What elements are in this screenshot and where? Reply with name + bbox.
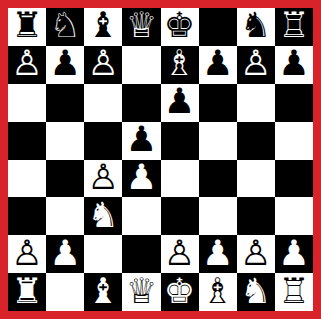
square-d2[interactable]	[122, 235, 160, 273]
square-a8[interactable]: ♜	[8, 8, 46, 46]
square-h3[interactable]	[275, 197, 313, 235]
square-g7[interactable]: ♙	[237, 46, 275, 84]
black-rook-piece[interactable]: ♖	[278, 8, 309, 43]
white-king-piece[interactable]: ♚	[164, 274, 195, 309]
square-f2[interactable]: ♟	[199, 235, 237, 273]
square-h4[interactable]	[275, 160, 313, 198]
square-c6[interactable]	[84, 84, 122, 122]
black-pawn-piece[interactable]: ♟	[49, 46, 80, 81]
square-g5[interactable]	[237, 122, 275, 160]
square-f5[interactable]	[199, 122, 237, 160]
board-frame: ♜♘♝♕♚♞♖♙♟♙♗♟♙♟♟♟♙♟♞♙♟♙♟♙♟♜♝♕♚♗♞♖	[0, 0, 321, 319]
square-a6[interactable]	[8, 84, 46, 122]
square-a1[interactable]: ♜	[8, 273, 46, 311]
white-knight-piece[interactable]: ♞	[88, 198, 119, 233]
square-b4[interactable]	[46, 160, 84, 198]
square-d5[interactable]: ♟	[122, 122, 160, 160]
white-bishop-piece[interactable]: ♗	[202, 274, 233, 309]
black-pawn-piece[interactable]: ♟	[164, 84, 195, 119]
white-pawn-piece[interactable]: ♙	[11, 236, 42, 271]
square-f8[interactable]	[199, 8, 237, 46]
square-d8[interactable]: ♕	[122, 8, 160, 46]
square-c8[interactable]: ♝	[84, 8, 122, 46]
square-a5[interactable]	[8, 122, 46, 160]
square-b6[interactable]	[46, 84, 84, 122]
square-h1[interactable]: ♖	[275, 273, 313, 311]
square-g3[interactable]	[237, 197, 275, 235]
square-a4[interactable]	[8, 160, 46, 198]
white-pawn-piece[interactable]: ♟	[202, 236, 233, 271]
square-e8[interactable]: ♚	[161, 8, 199, 46]
square-f6[interactable]	[199, 84, 237, 122]
black-pawn-piece[interactable]: ♙	[88, 46, 119, 81]
white-pawn-piece[interactable]: ♙	[164, 236, 195, 271]
square-g6[interactable]	[237, 84, 275, 122]
square-c5[interactable]	[84, 122, 122, 160]
white-rook-piece[interactable]: ♜	[11, 274, 42, 309]
white-pawn-piece[interactable]: ♟	[278, 236, 309, 271]
square-e6[interactable]: ♟	[161, 84, 199, 122]
square-a3[interactable]	[8, 197, 46, 235]
square-e7[interactable]: ♗	[161, 46, 199, 84]
square-d1[interactable]: ♕	[122, 273, 160, 311]
white-queen-piece[interactable]: ♕	[126, 274, 157, 309]
square-g4[interactable]	[237, 160, 275, 198]
white-pawn-piece[interactable]: ♙	[240, 236, 271, 271]
square-c1[interactable]: ♝	[84, 273, 122, 311]
square-c2[interactable]	[84, 235, 122, 273]
square-f3[interactable]	[199, 197, 237, 235]
square-g2[interactable]: ♙	[237, 235, 275, 273]
black-knight-piece[interactable]: ♘	[49, 8, 80, 43]
square-b3[interactable]	[46, 197, 84, 235]
white-pawn-piece[interactable]: ♟	[49, 236, 80, 271]
black-pawn-piece[interactable]: ♙	[240, 46, 271, 81]
square-b2[interactable]: ♟	[46, 235, 84, 273]
black-queen-piece[interactable]: ♕	[126, 8, 157, 43]
black-rook-piece[interactable]: ♜	[11, 8, 42, 43]
square-f1[interactable]: ♗	[199, 273, 237, 311]
square-f4[interactable]	[199, 160, 237, 198]
white-bishop-piece[interactable]: ♝	[88, 274, 119, 309]
black-king-piece[interactable]: ♚	[164, 8, 195, 43]
square-e1[interactable]: ♚	[161, 273, 199, 311]
black-knight-piece[interactable]: ♞	[240, 8, 271, 43]
square-d4[interactable]: ♟	[122, 160, 160, 198]
black-pawn-piece[interactable]: ♟	[278, 46, 309, 81]
chess-board: ♜♘♝♕♚♞♖♙♟♙♗♟♙♟♟♟♙♟♞♙♟♙♟♙♟♜♝♕♚♗♞♖	[8, 8, 313, 311]
black-pawn-piece[interactable]: ♙	[11, 46, 42, 81]
square-h7[interactable]: ♟	[275, 46, 313, 84]
square-h5[interactable]	[275, 122, 313, 160]
square-b7[interactable]: ♟	[46, 46, 84, 84]
white-knight-piece[interactable]: ♞	[240, 274, 271, 309]
white-pawn-piece[interactable]: ♟	[126, 160, 157, 195]
square-g8[interactable]: ♞	[237, 8, 275, 46]
square-g1[interactable]: ♞	[237, 273, 275, 311]
square-h2[interactable]: ♟	[275, 235, 313, 273]
square-a7[interactable]: ♙	[8, 46, 46, 84]
white-rook-piece[interactable]: ♖	[278, 274, 309, 309]
square-c3[interactable]: ♞	[84, 197, 122, 235]
square-c7[interactable]: ♙	[84, 46, 122, 84]
black-pawn-piece[interactable]: ♟	[126, 122, 157, 157]
square-e4[interactable]	[161, 160, 199, 198]
black-bishop-piece[interactable]: ♝	[88, 8, 119, 43]
square-d6[interactable]	[122, 84, 160, 122]
black-pawn-piece[interactable]: ♟	[202, 46, 233, 81]
square-e3[interactable]	[161, 197, 199, 235]
square-b1[interactable]	[46, 273, 84, 311]
square-h8[interactable]: ♖	[275, 8, 313, 46]
square-f7[interactable]: ♟	[199, 46, 237, 84]
white-pawn-piece[interactable]: ♙	[88, 160, 119, 195]
square-b5[interactable]	[46, 122, 84, 160]
square-b8[interactable]: ♘	[46, 8, 84, 46]
square-e2[interactable]: ♙	[161, 235, 199, 273]
square-e5[interactable]	[161, 122, 199, 160]
square-a2[interactable]: ♙	[8, 235, 46, 273]
square-d7[interactable]	[122, 46, 160, 84]
square-h6[interactable]	[275, 84, 313, 122]
square-d3[interactable]	[122, 197, 160, 235]
black-bishop-piece[interactable]: ♗	[164, 46, 195, 81]
square-c4[interactable]: ♙	[84, 160, 122, 198]
